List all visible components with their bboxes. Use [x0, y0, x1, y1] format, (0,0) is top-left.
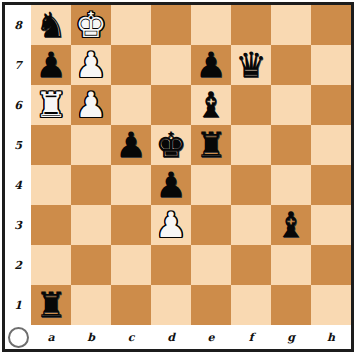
square-b5[interactable]	[71, 125, 111, 165]
square-d3[interactable]: ♟	[151, 205, 191, 245]
chess-diagram: 87654321 ♞♚♟♟♟♛♜♟♝♟♚♜♟♟♝♜ abcdefgh	[0, 0, 358, 354]
corner-cell	[5, 325, 31, 349]
square-d4[interactable]: ♟	[151, 165, 191, 205]
square-b7[interactable]: ♟	[71, 45, 111, 85]
square-e4[interactable]	[191, 165, 231, 205]
square-f8[interactable]	[231, 5, 271, 45]
black-pawn-icon[interactable]: ♟	[35, 45, 66, 85]
file-label-h: h	[311, 325, 351, 349]
square-b3[interactable]	[71, 205, 111, 245]
square-d1[interactable]	[151, 285, 191, 325]
square-g3[interactable]: ♝	[271, 205, 311, 245]
square-g8[interactable]	[271, 5, 311, 45]
square-f1[interactable]	[231, 285, 271, 325]
square-h3[interactable]	[311, 205, 351, 245]
square-b6[interactable]: ♟	[71, 85, 111, 125]
white-to-move-indicator	[8, 327, 29, 348]
square-c1[interactable]	[111, 285, 151, 325]
square-h4[interactable]	[311, 165, 351, 205]
white-pawn-icon[interactable]: ♟	[155, 205, 186, 245]
square-g6[interactable]	[271, 85, 311, 125]
square-d2[interactable]	[151, 245, 191, 285]
square-a6[interactable]: ♜	[31, 85, 71, 125]
square-c8[interactable]	[111, 5, 151, 45]
rank-label-1: 1	[5, 285, 31, 325]
file-label-b: b	[71, 325, 111, 349]
square-f5[interactable]	[231, 125, 271, 165]
chess-board: ♞♚♟♟♟♛♜♟♝♟♚♜♟♟♝♜	[31, 5, 351, 325]
black-bishop-icon[interactable]: ♝	[275, 205, 306, 245]
file-label-g: g	[271, 325, 311, 349]
square-d6[interactable]	[151, 85, 191, 125]
black-knight-icon[interactable]: ♞	[35, 5, 66, 45]
rank-label-8: 8	[5, 5, 31, 45]
black-rook-icon[interactable]: ♜	[35, 285, 66, 325]
square-f2[interactable]	[231, 245, 271, 285]
square-b2[interactable]	[71, 245, 111, 285]
square-c4[interactable]	[111, 165, 151, 205]
black-queen-icon[interactable]: ♛	[235, 45, 266, 85]
file-label-a: a	[31, 325, 71, 349]
square-a8[interactable]: ♞	[31, 5, 71, 45]
square-g2[interactable]	[271, 245, 311, 285]
square-f4[interactable]	[231, 165, 271, 205]
black-pawn-icon[interactable]: ♟	[115, 125, 146, 165]
square-h1[interactable]	[311, 285, 351, 325]
square-e8[interactable]	[191, 5, 231, 45]
square-e3[interactable]	[191, 205, 231, 245]
square-c5[interactable]: ♟	[111, 125, 151, 165]
square-c6[interactable]	[111, 85, 151, 125]
square-b1[interactable]	[71, 285, 111, 325]
square-e2[interactable]	[191, 245, 231, 285]
square-a7[interactable]: ♟	[31, 45, 71, 85]
rank-label-2: 2	[5, 245, 31, 285]
square-e6[interactable]: ♝	[191, 85, 231, 125]
square-h5[interactable]	[311, 125, 351, 165]
square-a3[interactable]	[31, 205, 71, 245]
square-f6[interactable]	[231, 85, 271, 125]
square-a1[interactable]: ♜	[31, 285, 71, 325]
white-rook-icon[interactable]: ♜	[35, 85, 66, 125]
square-a4[interactable]	[31, 165, 71, 205]
square-g7[interactable]	[271, 45, 311, 85]
square-h2[interactable]	[311, 245, 351, 285]
square-c3[interactable]	[111, 205, 151, 245]
square-b4[interactable]	[71, 165, 111, 205]
square-a2[interactable]	[31, 245, 71, 285]
square-h6[interactable]	[311, 85, 351, 125]
square-e1[interactable]	[191, 285, 231, 325]
square-d8[interactable]	[151, 5, 191, 45]
square-e5[interactable]: ♜	[191, 125, 231, 165]
square-g1[interactable]	[271, 285, 311, 325]
file-label-c: c	[111, 325, 151, 349]
rank-label-5: 5	[5, 125, 31, 165]
square-f7[interactable]: ♛	[231, 45, 271, 85]
square-c7[interactable]	[111, 45, 151, 85]
square-e7[interactable]: ♟	[191, 45, 231, 85]
rank-labels: 87654321	[5, 5, 31, 325]
white-pawn-icon[interactable]: ♟	[75, 45, 106, 85]
file-label-f: f	[231, 325, 271, 349]
white-pawn-icon[interactable]: ♟	[75, 85, 106, 125]
rank-label-4: 4	[5, 165, 31, 205]
black-rook-icon[interactable]: ♜	[195, 125, 226, 165]
file-label-d: d	[151, 325, 191, 349]
square-d7[interactable]	[151, 45, 191, 85]
rank-label-3: 3	[5, 205, 31, 245]
square-f3[interactable]	[231, 205, 271, 245]
black-bishop-icon[interactable]: ♝	[195, 85, 226, 125]
square-h8[interactable]	[311, 5, 351, 45]
white-king-icon[interactable]: ♚	[75, 5, 106, 45]
square-g4[interactable]	[271, 165, 311, 205]
rank-label-6: 6	[5, 85, 31, 125]
square-h7[interactable]	[311, 45, 351, 85]
square-d5[interactable]: ♚	[151, 125, 191, 165]
black-pawn-icon[interactable]: ♟	[155, 165, 186, 205]
square-b8[interactable]: ♚	[71, 5, 111, 45]
black-king-icon[interactable]: ♚	[155, 125, 186, 165]
board-frame: 87654321 ♞♚♟♟♟♛♜♟♝♟♚♜♟♟♝♜ abcdefgh	[2, 2, 354, 352]
file-labels: abcdefgh	[31, 325, 351, 349]
square-c2[interactable]	[111, 245, 151, 285]
rank-label-7: 7	[5, 45, 31, 85]
square-g5[interactable]	[271, 125, 311, 165]
square-a5[interactable]	[31, 125, 71, 165]
file-label-e: e	[191, 325, 231, 349]
black-pawn-icon[interactable]: ♟	[195, 45, 226, 85]
